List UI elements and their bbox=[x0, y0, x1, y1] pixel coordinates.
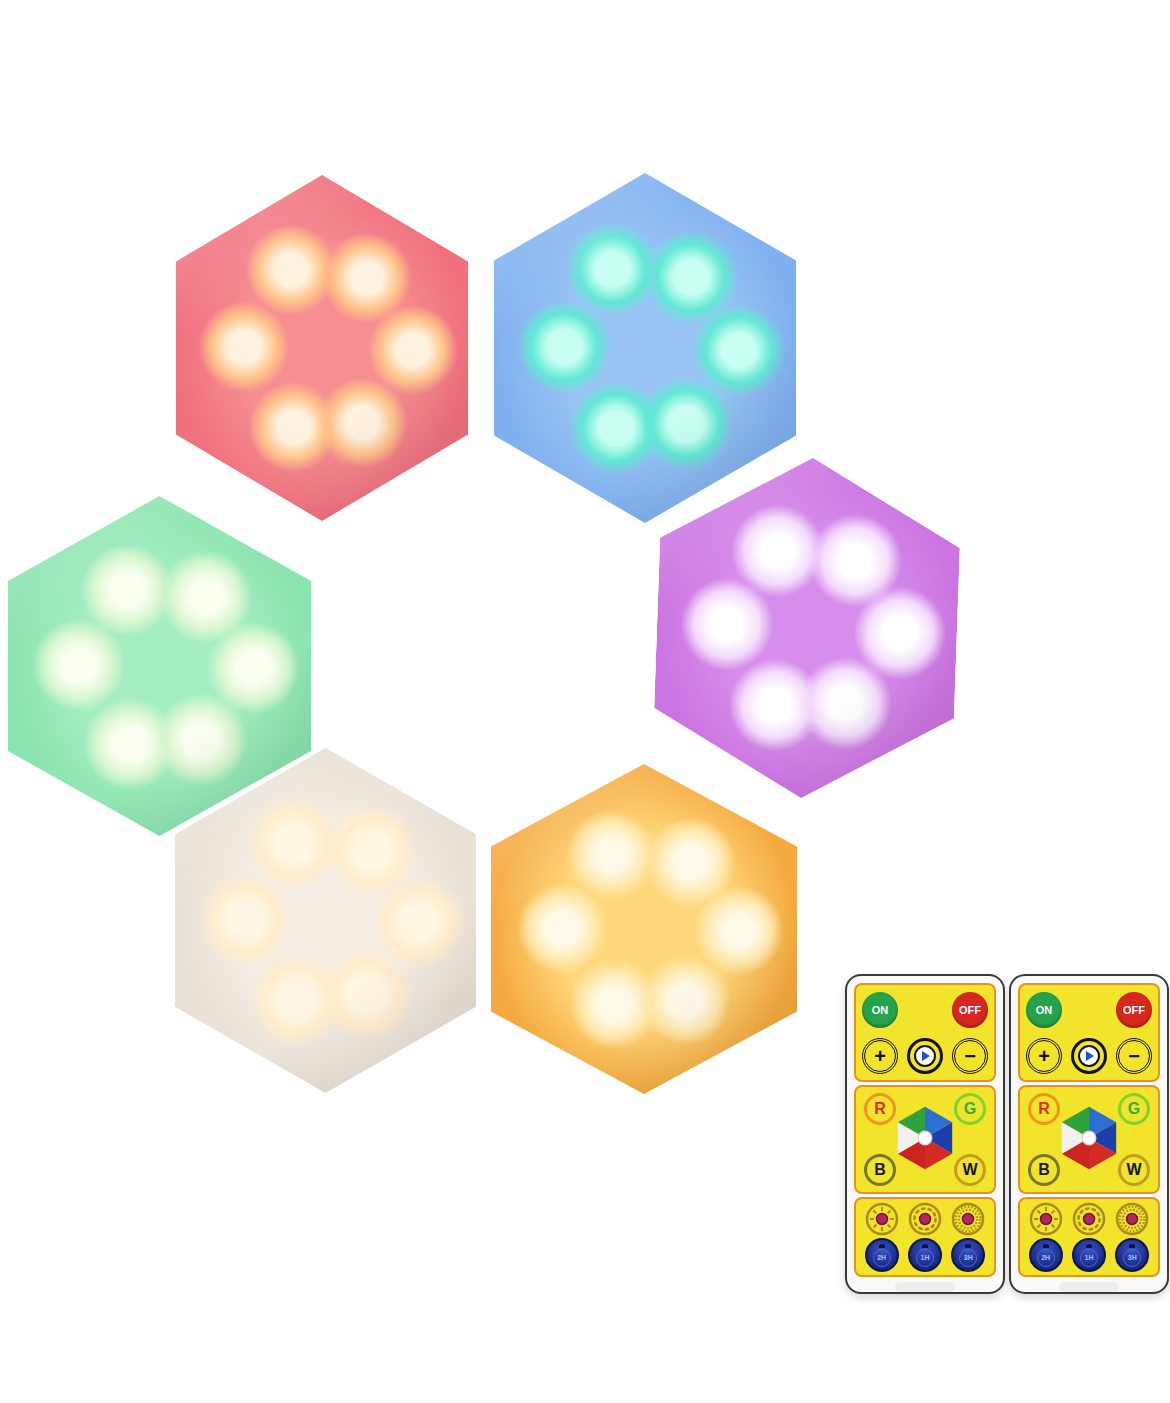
panel-bevel bbox=[494, 173, 796, 523]
brightness-low-icon bbox=[1029, 1202, 1063, 1236]
brightness-low-button[interactable] bbox=[1029, 1202, 1063, 1236]
timer-1h-button[interactable]: 1H bbox=[1072, 1238, 1106, 1272]
remote-dim-timer-section: 2H 1H 3H bbox=[854, 1197, 996, 1277]
timer-icon bbox=[1043, 1244, 1049, 1248]
mode-play-button[interactable] bbox=[907, 1038, 943, 1074]
hexagon-brand-logo-icon bbox=[891, 1104, 959, 1176]
white-color-button[interactable]: W bbox=[1118, 1154, 1150, 1186]
timer-2h-button[interactable]: 2H bbox=[1029, 1238, 1063, 1272]
panel-bevel bbox=[491, 764, 797, 1094]
blue-color-button[interactable]: B bbox=[1028, 1154, 1060, 1186]
remote-control: ON OFF + − R G bbox=[1009, 974, 1169, 1294]
brightness-low-button[interactable] bbox=[865, 1202, 899, 1236]
on-button[interactable]: ON bbox=[1026, 992, 1062, 1028]
brightness-down-button[interactable]: − bbox=[952, 1038, 988, 1074]
off-button[interactable]: OFF bbox=[1116, 992, 1152, 1028]
brightness-down-button[interactable]: − bbox=[1116, 1038, 1152, 1074]
purple-hexagon-light bbox=[651, 453, 963, 803]
brightness-mid-button[interactable] bbox=[908, 1202, 942, 1236]
remote-color-section: R G B W bbox=[854, 1085, 996, 1194]
timer-1h-button[interactable]: 1H bbox=[908, 1238, 942, 1272]
play-icon bbox=[1078, 1045, 1100, 1067]
brightness-low-icon bbox=[865, 1202, 899, 1236]
brightness-high-button[interactable] bbox=[1115, 1202, 1149, 1236]
red-hexagon-light bbox=[176, 175, 468, 521]
brightness-up-button[interactable]: + bbox=[862, 1038, 898, 1074]
timer-icon bbox=[1129, 1244, 1135, 1248]
panel-bevel bbox=[651, 453, 963, 803]
remote-power-section: ON OFF + − bbox=[1018, 983, 1160, 1082]
remote-dim-timer-section: 2H 1H 3H bbox=[1018, 1197, 1160, 1277]
blue-color-button[interactable]: B bbox=[864, 1154, 896, 1186]
blue-hexagon-light bbox=[494, 173, 796, 523]
off-button[interactable]: OFF bbox=[952, 992, 988, 1028]
remotes: ON OFF + − R G bbox=[845, 974, 1169, 1294]
remote-bottom-area bbox=[895, 1282, 955, 1292]
timer-icon bbox=[1086, 1244, 1092, 1248]
brightness-high-icon bbox=[951, 1202, 985, 1236]
timer-3h-button[interactable]: 3H bbox=[951, 1238, 985, 1272]
brightness-mid-button[interactable] bbox=[1072, 1202, 1106, 1236]
white-color-button[interactable]: W bbox=[954, 1154, 986, 1186]
hexagon-brand-logo-icon bbox=[1055, 1104, 1123, 1176]
product-photo: ON OFF + − R G bbox=[0, 0, 1170, 1403]
yellow-hexagon-light bbox=[491, 764, 797, 1094]
remote-control: ON OFF + − R G bbox=[845, 974, 1005, 1294]
remote-power-section: ON OFF + − bbox=[854, 983, 996, 1082]
timer-2h-button[interactable]: 2H bbox=[865, 1238, 899, 1272]
brightness-high-button[interactable] bbox=[951, 1202, 985, 1236]
remote-color-section: R G B W bbox=[1018, 1085, 1160, 1194]
timer-icon bbox=[965, 1244, 971, 1248]
brightness-up-button[interactable]: + bbox=[1026, 1038, 1062, 1074]
remote-bottom-area bbox=[1059, 1282, 1119, 1292]
brightness-mid-icon bbox=[908, 1202, 942, 1236]
mode-play-button[interactable] bbox=[1071, 1038, 1107, 1074]
timer-icon bbox=[922, 1244, 928, 1248]
timer-icon bbox=[879, 1244, 885, 1248]
brightness-mid-icon bbox=[1072, 1202, 1106, 1236]
on-button[interactable]: ON bbox=[862, 992, 898, 1028]
timer-3h-button[interactable]: 3H bbox=[1115, 1238, 1149, 1272]
play-icon bbox=[914, 1045, 936, 1067]
panel-bevel bbox=[176, 175, 468, 521]
brightness-high-icon bbox=[1115, 1202, 1149, 1236]
